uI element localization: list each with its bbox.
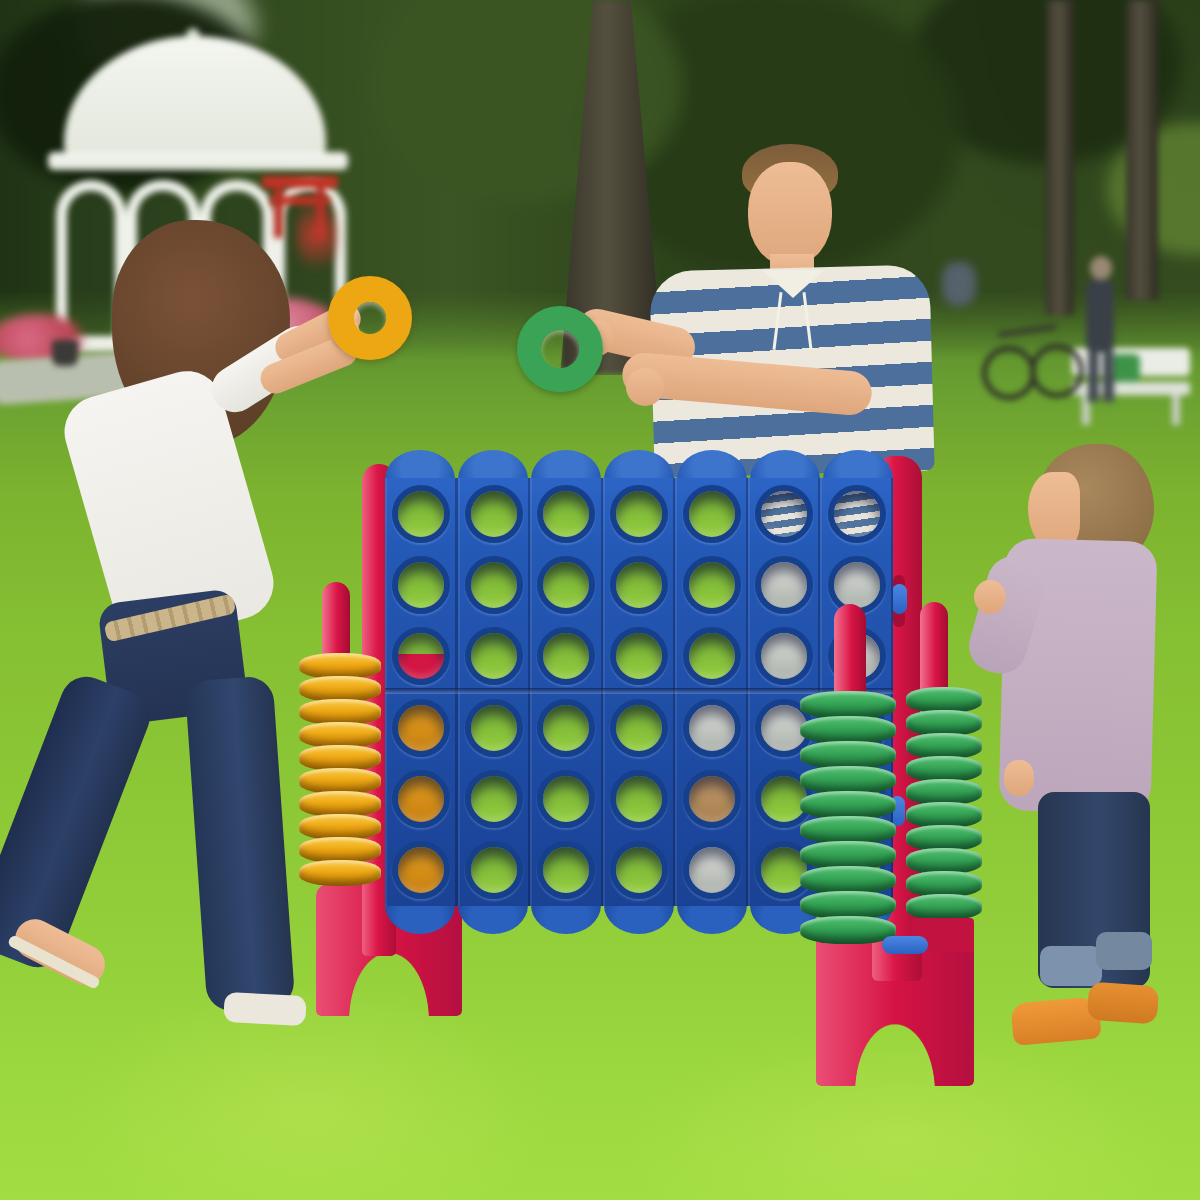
empty-hole <box>465 556 523 614</box>
sculpture-leg <box>274 186 283 238</box>
board-cell-r4c1 <box>385 692 458 763</box>
empty-hole <box>610 485 668 543</box>
empty-hole <box>537 556 595 614</box>
planter-pot <box>52 340 78 366</box>
board-cell-r3c4 <box>603 621 676 692</box>
blue-clip <box>892 584 907 614</box>
cyclist-leg <box>1088 350 1099 402</box>
child-fist <box>974 580 1006 614</box>
cyclist-figure <box>1078 256 1124 406</box>
empty-hole <box>683 841 741 899</box>
cyclist-leg <box>1103 350 1114 402</box>
board-cell-r2c2 <box>458 549 531 620</box>
empty-hole <box>755 485 813 543</box>
empty-hole <box>465 485 523 543</box>
empty-hole <box>392 770 450 828</box>
storage-ring-green <box>800 691 896 719</box>
empty-hole <box>683 556 741 614</box>
board-cell-r5c4 <box>603 763 676 834</box>
empty-hole <box>537 841 595 899</box>
board-cell-r1c1 <box>385 478 458 549</box>
empty-hole <box>610 699 668 757</box>
empty-hole <box>755 627 813 685</box>
empty-hole <box>465 627 523 685</box>
empty-hole <box>610 770 668 828</box>
yellow-ring-in-hand <box>328 276 412 360</box>
board-cell-r2c1 <box>385 549 458 620</box>
board-cell-r5c3 <box>530 763 603 834</box>
empty-hole <box>683 627 741 685</box>
empty-hole <box>755 556 813 614</box>
board-cell-r1c3 <box>530 478 603 549</box>
yellow-ring-stack <box>299 656 381 886</box>
cyclist-body <box>1086 280 1114 352</box>
empty-hole <box>392 699 450 757</box>
man-face <box>748 162 832 266</box>
board-cell-r1c6 <box>748 478 821 549</box>
child-shoe <box>1087 982 1159 1025</box>
storage-ring-green <box>800 916 896 944</box>
distant-person <box>942 262 976 306</box>
park-scene <box>0 0 1200 1200</box>
empty-hole <box>392 627 450 685</box>
empty-hole <box>610 556 668 614</box>
rose-bush <box>296 192 338 278</box>
empty-hole <box>683 485 741 543</box>
cyclist-head <box>1090 256 1112 280</box>
board-cell-r3c3 <box>530 621 603 692</box>
green-ring-stack-front <box>800 694 896 944</box>
storage-ring-green <box>906 894 982 920</box>
storage-ring-green <box>800 816 896 844</box>
empty-hole <box>683 699 741 757</box>
board-cell-r2c3 <box>530 549 603 620</box>
man-hand <box>626 368 664 406</box>
board-cell-r5c5 <box>675 763 748 834</box>
tree-trunk <box>1126 0 1158 300</box>
board-cell-r5c1 <box>385 763 458 834</box>
empty-hole <box>828 485 886 543</box>
woman-foot-front <box>223 992 306 1026</box>
empty-hole <box>537 627 595 685</box>
child-jeans-cuff <box>1096 932 1152 970</box>
green-ring-in-hand <box>517 306 603 392</box>
empty-hole <box>610 841 668 899</box>
board-cell-r4c3 <box>530 692 603 763</box>
board-cell-r2c4 <box>603 549 676 620</box>
child-hand <box>1004 760 1034 796</box>
storage-ring-green <box>800 716 896 744</box>
board-cell-r6c4 <box>603 835 676 906</box>
empty-hole <box>392 485 450 543</box>
empty-hole <box>537 699 595 757</box>
board-cell-r5c2 <box>458 763 531 834</box>
blue-handle <box>882 936 928 954</box>
board-cell-r1c2 <box>458 478 531 549</box>
empty-hole <box>465 770 523 828</box>
board-cell-r2c6 <box>748 549 821 620</box>
board-cell-r1c4 <box>603 478 676 549</box>
bench-leg <box>1172 395 1180 425</box>
board-cell-r3c5 <box>675 621 748 692</box>
child-jeans-cuff <box>1040 946 1102 986</box>
board-cell-r3c2 <box>458 621 531 692</box>
board-cell-r1c5 <box>675 478 748 549</box>
board-cell-r6c5 <box>675 835 748 906</box>
green-ring-stack-back <box>906 690 982 920</box>
board-cell-r6c1 <box>385 835 458 906</box>
gazebo-eave <box>48 152 348 170</box>
board-cell-r4c2 <box>458 692 531 763</box>
empty-hole <box>465 841 523 899</box>
empty-hole <box>683 770 741 828</box>
empty-hole <box>392 556 450 614</box>
board-cell-r6c3 <box>530 835 603 906</box>
board-cell-r4c5 <box>675 692 748 763</box>
gazebo-roof <box>64 36 326 158</box>
storage-ring-yellow <box>299 860 381 886</box>
empty-hole <box>537 770 595 828</box>
empty-hole <box>537 485 595 543</box>
empty-hole <box>392 841 450 899</box>
board-cell-r1c7 <box>820 478 893 549</box>
storage-ring-green <box>800 741 896 769</box>
board-cell-r6c2 <box>458 835 531 906</box>
board-cell-r4c4 <box>603 692 676 763</box>
storage-ring-green <box>800 766 896 794</box>
board-cell-r3c6 <box>748 621 821 692</box>
board-cell-r3c1 <box>385 621 458 692</box>
board-cell-r2c5 <box>675 549 748 620</box>
storage-ring-green <box>800 841 896 869</box>
tree-trunk <box>1046 0 1074 315</box>
storage-ring-green <box>800 866 896 894</box>
storage-ring-green <box>800 791 896 819</box>
storage-ring-green <box>800 891 896 919</box>
bicycle <box>982 300 1078 396</box>
empty-hole <box>610 627 668 685</box>
empty-hole <box>465 699 523 757</box>
